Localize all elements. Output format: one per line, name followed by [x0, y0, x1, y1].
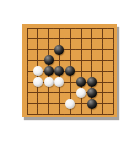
intersection-2-7[interactable] [32, 87, 43, 98]
intersection-4-2[interactable] [54, 33, 65, 44]
intersection-5-6[interactable] [65, 77, 76, 88]
black-stone [54, 66, 64, 76]
intersection-8-1[interactable] [97, 23, 108, 34]
intersection-1-3[interactable] [22, 44, 33, 55]
intersection-1-5[interactable] [22, 66, 33, 77]
intersection-4-3[interactable] [54, 44, 65, 55]
intersection-6-5[interactable] [76, 66, 87, 77]
black-stone [87, 99, 97, 109]
intersection-3-7[interactable] [43, 87, 54, 98]
intersection-9-9[interactable] [108, 109, 119, 120]
intersection-1-4[interactable] [22, 55, 33, 66]
intersection-4-6[interactable] [54, 77, 65, 88]
intersection-1-2[interactable] [22, 33, 33, 44]
intersection-9-5[interactable] [108, 66, 119, 77]
intersection-7-6[interactable] [86, 77, 97, 88]
intersection-8-2[interactable] [97, 33, 108, 44]
intersection-6-7[interactable] [76, 87, 87, 98]
intersection-5-9[interactable] [65, 109, 76, 120]
intersection-1-9[interactable] [22, 109, 33, 120]
intersection-5-4[interactable] [65, 55, 76, 66]
black-stone [44, 66, 54, 76]
intersection-8-5[interactable] [97, 66, 108, 77]
white-stone [44, 77, 54, 87]
white-stone [33, 77, 43, 87]
intersection-3-2[interactable] [43, 33, 54, 44]
intersection-4-7[interactable] [54, 87, 65, 98]
intersection-9-4[interactable] [108, 55, 119, 66]
intersection-4-8[interactable] [54, 98, 65, 109]
white-stone [54, 77, 64, 87]
intersection-2-2[interactable] [32, 33, 43, 44]
intersection-6-1[interactable] [76, 23, 87, 34]
intersection-3-3[interactable] [43, 44, 54, 55]
intersection-3-5[interactable] [43, 66, 54, 77]
black-stone [65, 66, 75, 76]
intersection-9-3[interactable] [108, 44, 119, 55]
intersection-7-1[interactable] [86, 23, 97, 34]
intersection-5-8[interactable] [65, 98, 76, 109]
intersection-2-8[interactable] [32, 98, 43, 109]
intersection-8-4[interactable] [97, 55, 108, 66]
white-stone [65, 99, 75, 109]
intersection-5-5[interactable] [65, 66, 76, 77]
intersection-5-2[interactable] [65, 33, 76, 44]
intersection-2-1[interactable] [32, 23, 43, 34]
intersection-5-7[interactable] [65, 87, 76, 98]
white-stone [76, 88, 86, 98]
intersection-4-4[interactable] [54, 55, 65, 66]
go-board [22, 24, 117, 117]
intersection-7-4[interactable] [86, 55, 97, 66]
intersection-8-7[interactable] [97, 87, 108, 98]
intersection-2-6[interactable] [32, 77, 43, 88]
intersection-2-3[interactable] [32, 44, 43, 55]
intersection-7-8[interactable] [86, 98, 97, 109]
intersection-4-1[interactable] [54, 23, 65, 34]
intersection-1-1[interactable] [22, 23, 33, 34]
intersection-6-6[interactable] [76, 77, 87, 88]
intersection-9-7[interactable] [108, 87, 119, 98]
intersection-8-9[interactable] [97, 109, 108, 120]
intersection-5-3[interactable] [65, 44, 76, 55]
intersection-9-8[interactable] [108, 98, 119, 109]
intersection-4-5[interactable] [54, 66, 65, 77]
intersection-6-3[interactable] [76, 44, 87, 55]
black-stone [44, 55, 54, 65]
intersection-9-1[interactable] [108, 23, 119, 34]
intersection-7-5[interactable] [86, 66, 97, 77]
black-stone [76, 77, 86, 87]
intersection-1-6[interactable] [22, 77, 33, 88]
intersection-3-1[interactable] [43, 23, 54, 34]
intersection-4-9[interactable] [54, 109, 65, 120]
intersection-1-7[interactable] [22, 87, 33, 98]
black-stone [87, 77, 97, 87]
intersection-6-9[interactable] [76, 109, 87, 120]
intersection-3-9[interactable] [43, 109, 54, 120]
intersection-5-1[interactable] [65, 23, 76, 34]
intersection-2-9[interactable] [32, 109, 43, 120]
intersection-8-3[interactable] [97, 44, 108, 55]
intersection-7-3[interactable] [86, 44, 97, 55]
intersection-9-2[interactable] [108, 33, 119, 44]
black-stone [54, 45, 64, 55]
board-grid [22, 23, 119, 120]
intersection-6-2[interactable] [76, 33, 87, 44]
intersection-3-6[interactable] [43, 77, 54, 88]
intersection-8-8[interactable] [97, 98, 108, 109]
black-stone [87, 88, 97, 98]
intersection-7-2[interactable] [86, 33, 97, 44]
intersection-3-4[interactable] [43, 55, 54, 66]
intersection-3-8[interactable] [43, 98, 54, 109]
intersection-6-8[interactable] [76, 98, 87, 109]
intersection-2-5[interactable] [32, 66, 43, 77]
intersection-6-4[interactable] [76, 55, 87, 66]
intersection-8-6[interactable] [97, 77, 108, 88]
intersection-2-4[interactable] [32, 55, 43, 66]
intersection-9-6[interactable] [108, 77, 119, 88]
intersection-1-8[interactable] [22, 98, 33, 109]
intersection-7-7[interactable] [86, 87, 97, 98]
white-stone [33, 66, 43, 76]
intersection-7-9[interactable] [86, 109, 97, 120]
